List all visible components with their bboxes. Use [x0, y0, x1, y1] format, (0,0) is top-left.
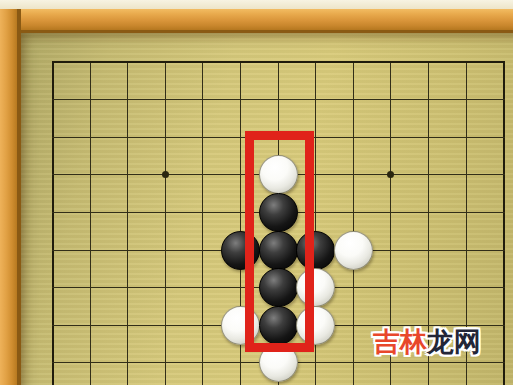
grid-line-vertical: [165, 61, 166, 385]
grid-line-vertical: [90, 61, 91, 385]
go-board: 吉林龙网: [0, 0, 513, 385]
watermark-text: 吉林龙网: [373, 329, 481, 356]
grid-line-vertical: [353, 61, 354, 385]
star-point: [162, 171, 169, 178]
grid-line-vertical: [202, 61, 203, 385]
grid-line-horizontal: [52, 99, 505, 100]
go-diagram-photo: 吉林龙网: [0, 0, 513, 385]
watermark-part1: 吉林: [373, 327, 427, 357]
grid-line-vertical: [52, 61, 54, 385]
grid-line-horizontal: [52, 61, 505, 63]
highlight-rectangle: [245, 131, 314, 352]
star-point: [387, 171, 394, 178]
stone-white: [334, 231, 373, 270]
grid-line-vertical: [127, 61, 128, 385]
grid-line-vertical: [503, 61, 505, 385]
watermark-part2: 龙网: [427, 327, 481, 357]
